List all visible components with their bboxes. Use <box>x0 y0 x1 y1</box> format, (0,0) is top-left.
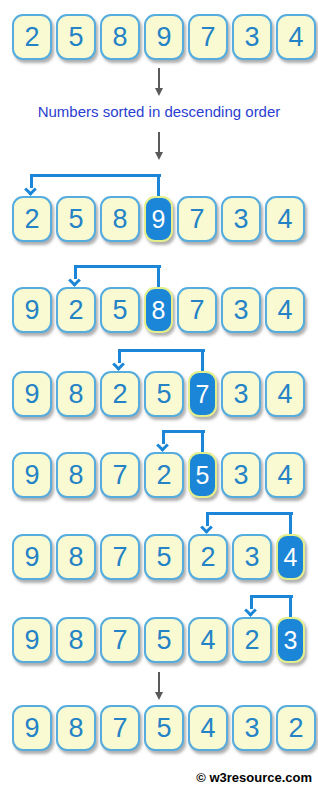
number-cell: 9 <box>12 452 52 498</box>
number-cell: 9 <box>144 14 184 60</box>
move-arrow-line <box>251 595 293 598</box>
number-cell: 8 <box>56 371 96 417</box>
sort-step-row: 9258734 <box>0 263 318 333</box>
arrow-shaft <box>158 132 160 152</box>
array-row: 9875234 <box>0 534 318 580</box>
number-cell-selected: 7 <box>188 371 217 417</box>
number-cell: 5 <box>100 287 140 333</box>
array-row: 9258734 <box>0 287 318 333</box>
move-arrow-line <box>31 174 161 177</box>
move-arrowhead-icon <box>24 183 37 196</box>
number-cell: 5 <box>144 371 184 417</box>
number-cell: 3 <box>232 705 272 751</box>
number-cell: 7 <box>100 534 140 580</box>
caption: Numbers sorted in descending order <box>0 102 318 122</box>
arrow-head <box>155 152 163 160</box>
number-cell: 2 <box>276 705 316 751</box>
number-cell-selected: 3 <box>276 617 305 663</box>
number-cell: 2 <box>12 196 52 242</box>
number-cell: 2 <box>232 617 272 663</box>
move-arrowhead-icon <box>112 358 125 371</box>
move-arrow-line <box>289 512 292 534</box>
watermark: © w3resource.com <box>0 770 318 785</box>
number-cell: 5 <box>56 196 96 242</box>
arrow-shaft <box>158 68 160 88</box>
arrow-shaft <box>158 672 160 692</box>
sort-step-row: 9875234 <box>0 510 318 580</box>
number-cell: 5 <box>144 705 184 751</box>
sort-step-row: 9872534 <box>0 428 318 498</box>
number-cell: 2 <box>100 371 140 417</box>
move-arrow-line <box>157 174 160 196</box>
number-cell: 9 <box>12 371 52 417</box>
number-cell: 8 <box>100 196 140 242</box>
number-cell: 3 <box>221 196 261 242</box>
number-cell: 5 <box>144 534 184 580</box>
number-cell: 7 <box>100 705 140 751</box>
number-cell: 2 <box>144 452 184 498</box>
move-arrowhead-icon <box>244 604 257 617</box>
number-cell: 4 <box>265 452 305 498</box>
sort-step-row: 2589734 <box>0 172 318 242</box>
number-cell: 3 <box>221 371 261 417</box>
number-cell-selected: 8 <box>144 287 173 333</box>
array-row: 9825734 <box>0 371 318 417</box>
number-cell: 4 <box>188 705 228 751</box>
number-cell: 9 <box>12 534 52 580</box>
number-cell: 9 <box>12 705 52 751</box>
number-cell-selected: 9 <box>144 196 173 242</box>
number-cell: 7 <box>177 287 217 333</box>
number-cell-selected: 4 <box>276 534 305 580</box>
move-arrow-line <box>201 349 204 371</box>
move-arrow-line <box>201 430 204 452</box>
down-arrow-icon <box>0 672 318 700</box>
sort-step-row: 9875423 <box>0 593 318 663</box>
final-array-row: 9875432 <box>0 705 318 751</box>
sort-diagram: 2589734 Numbers sorted in descending ord… <box>0 14 318 793</box>
down-arrow-icon <box>0 132 318 160</box>
number-cell: 4 <box>265 196 305 242</box>
move-arrow-line <box>119 349 205 352</box>
arrow-head <box>155 88 163 96</box>
number-cell: 4 <box>265 371 305 417</box>
number-cell: 9 <box>12 617 52 663</box>
number-cell: 5 <box>144 617 184 663</box>
number-cell: 7 <box>100 452 140 498</box>
number-cell: 8 <box>100 14 140 60</box>
move-arrow-line <box>75 265 161 268</box>
number-cell: 3 <box>232 14 272 60</box>
move-arrowhead-icon <box>68 274 81 287</box>
number-cell: 2 <box>188 534 228 580</box>
number-cell: 5 <box>56 14 96 60</box>
number-cell: 9 <box>12 287 52 333</box>
number-cell: 4 <box>276 14 316 60</box>
number-cell: 3 <box>232 534 272 580</box>
number-cell: 3 <box>221 452 261 498</box>
number-cell: 3 <box>221 287 261 333</box>
number-cell: 8 <box>56 617 96 663</box>
move-arrow-line <box>207 512 293 515</box>
move-arrowhead-icon <box>156 439 169 452</box>
move-arrow-line <box>289 595 292 617</box>
sort-step-row: 9825734 <box>0 347 318 417</box>
array-row: 9872534 <box>0 452 318 498</box>
array-row: 2589734 <box>0 196 318 242</box>
move-arrow-line <box>157 265 160 287</box>
number-cell: 7 <box>177 196 217 242</box>
number-cell: 4 <box>265 287 305 333</box>
number-cell: 7 <box>188 14 228 60</box>
number-cell-selected: 5 <box>188 452 217 498</box>
number-cell: 8 <box>56 452 96 498</box>
initial-array-row: 2589734 <box>0 14 318 60</box>
number-cell: 2 <box>56 287 96 333</box>
number-cell: 4 <box>188 617 228 663</box>
number-cell: 2 <box>12 14 52 60</box>
arrow-head <box>155 692 163 700</box>
number-cell: 7 <box>100 617 140 663</box>
down-arrow-icon <box>0 68 318 96</box>
move-arrowhead-icon <box>200 521 213 534</box>
array-row: 9875423 <box>0 617 318 663</box>
move-arrow-line <box>163 430 205 433</box>
sort-steps: 2589734925873498257349872534987523498754… <box>0 172 318 663</box>
number-cell: 8 <box>56 705 96 751</box>
number-cell: 8 <box>56 534 96 580</box>
